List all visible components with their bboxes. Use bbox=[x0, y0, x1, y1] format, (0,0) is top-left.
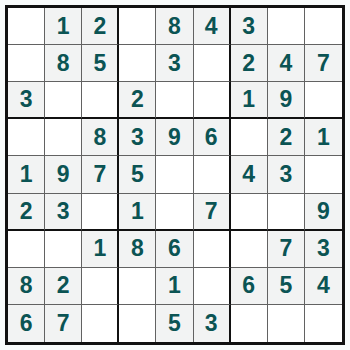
cell-r4c6[interactable]: 6 bbox=[194, 119, 231, 156]
digit: 1 bbox=[131, 200, 144, 223]
cell-r2c9[interactable]: 7 bbox=[305, 45, 342, 82]
cell-r3c7[interactable]: 1 bbox=[231, 82, 268, 119]
digit: 5 bbox=[93, 52, 106, 75]
cell-r1c4[interactable] bbox=[119, 8, 156, 45]
cell-r7c9[interactable]: 3 bbox=[305, 231, 342, 268]
cell-r4c8[interactable]: 2 bbox=[268, 119, 305, 156]
cell-r7c6[interactable] bbox=[194, 231, 231, 268]
cell-r7c4[interactable]: 8 bbox=[119, 231, 156, 268]
digit: 8 bbox=[20, 274, 33, 297]
cell-r1c3[interactable]: 2 bbox=[82, 8, 119, 45]
cell-r2c5[interactable]: 3 bbox=[156, 45, 193, 82]
cell-r6c3[interactable] bbox=[82, 194, 119, 231]
digit: 8 bbox=[57, 52, 70, 75]
cell-r9c2[interactable]: 7 bbox=[45, 305, 82, 342]
digit: 3 bbox=[279, 163, 292, 186]
cell-r5c8[interactable]: 3 bbox=[268, 156, 305, 193]
digit: 8 bbox=[93, 126, 106, 149]
cell-r3c5[interactable] bbox=[156, 82, 193, 119]
digit: 4 bbox=[279, 52, 292, 75]
digit: 2 bbox=[93, 15, 106, 38]
digit: 2 bbox=[57, 274, 70, 297]
cell-r7c8[interactable]: 7 bbox=[268, 231, 305, 268]
cell-r5c5[interactable] bbox=[156, 156, 193, 193]
cell-r8c1[interactable]: 8 bbox=[8, 268, 45, 305]
digit: 7 bbox=[279, 237, 292, 260]
cell-r8c2[interactable]: 2 bbox=[45, 268, 82, 305]
cell-r6c1[interactable]: 2 bbox=[8, 194, 45, 231]
cell-r4c4[interactable]: 3 bbox=[119, 119, 156, 156]
cell-r3c4[interactable]: 2 bbox=[119, 82, 156, 119]
digit: 3 bbox=[168, 52, 181, 75]
digit: 3 bbox=[20, 88, 33, 111]
cell-r2c2[interactable]: 8 bbox=[45, 45, 82, 82]
cell-r5c4[interactable]: 5 bbox=[119, 156, 156, 193]
cell-r5c7[interactable]: 4 bbox=[231, 156, 268, 193]
cell-r8c9[interactable]: 4 bbox=[305, 268, 342, 305]
cell-r3c9[interactable] bbox=[305, 82, 342, 119]
cell-r1c2[interactable]: 1 bbox=[45, 8, 82, 45]
cell-r7c3[interactable]: 1 bbox=[82, 231, 119, 268]
cell-r2c3[interactable]: 5 bbox=[82, 45, 119, 82]
cell-r8c7[interactable]: 6 bbox=[231, 268, 268, 305]
digit: 6 bbox=[205, 126, 218, 149]
cell-r3c1[interactable]: 3 bbox=[8, 82, 45, 119]
sudoku-board: 1284385324732198396211975432317918673821… bbox=[5, 5, 345, 345]
cell-r5c9[interactable] bbox=[305, 156, 342, 193]
cell-r3c8[interactable]: 9 bbox=[268, 82, 305, 119]
cell-r2c6[interactable] bbox=[194, 45, 231, 82]
digit: 3 bbox=[57, 200, 70, 223]
cell-r7c5[interactable]: 6 bbox=[156, 231, 193, 268]
cell-r8c4[interactable] bbox=[119, 268, 156, 305]
digit: 9 bbox=[168, 126, 181, 149]
cell-r2c7[interactable]: 2 bbox=[231, 45, 268, 82]
cell-r2c4[interactable] bbox=[119, 45, 156, 82]
cell-r1c9[interactable] bbox=[305, 8, 342, 45]
digit: 3 bbox=[205, 312, 218, 335]
cell-r6c7[interactable] bbox=[231, 194, 268, 231]
cell-r6c6[interactable]: 7 bbox=[194, 194, 231, 231]
cell-r9c6[interactable]: 3 bbox=[194, 305, 231, 342]
digit: 6 bbox=[168, 237, 181, 260]
cell-r9c3[interactable] bbox=[82, 305, 119, 342]
digit: 8 bbox=[168, 15, 181, 38]
digit: 1 bbox=[168, 274, 181, 297]
cell-r9c7[interactable] bbox=[231, 305, 268, 342]
cell-r3c3[interactable] bbox=[82, 82, 119, 119]
cell-r2c1[interactable] bbox=[8, 45, 45, 82]
digit: 9 bbox=[317, 200, 330, 223]
digit: 5 bbox=[168, 312, 181, 335]
digit: 2 bbox=[20, 200, 33, 223]
digit: 5 bbox=[279, 274, 292, 297]
digit: 1 bbox=[57, 15, 70, 38]
digit: 1 bbox=[93, 237, 106, 260]
cell-r5c3[interactable]: 7 bbox=[82, 156, 119, 193]
cell-r6c9[interactable]: 9 bbox=[305, 194, 342, 231]
digit: 7 bbox=[93, 163, 106, 186]
cell-r8c3[interactable] bbox=[82, 268, 119, 305]
cell-r3c6[interactable] bbox=[194, 82, 231, 119]
digit: 6 bbox=[242, 274, 255, 297]
digit: 3 bbox=[131, 126, 144, 149]
cell-r4c7[interactable] bbox=[231, 119, 268, 156]
cell-r5c6[interactable] bbox=[194, 156, 231, 193]
digit: 7 bbox=[57, 312, 70, 335]
digit: 2 bbox=[279, 126, 292, 149]
cell-r9c8[interactable] bbox=[268, 305, 305, 342]
cell-r5c2[interactable]: 9 bbox=[45, 156, 82, 193]
cell-r3c2[interactable] bbox=[45, 82, 82, 119]
cell-r1c5[interactable]: 8 bbox=[156, 8, 193, 45]
cell-r9c9[interactable] bbox=[305, 305, 342, 342]
cell-r4c1[interactable] bbox=[8, 119, 45, 156]
cell-r4c9[interactable]: 1 bbox=[305, 119, 342, 156]
digit: 4 bbox=[317, 274, 330, 297]
cell-r6c5[interactable] bbox=[156, 194, 193, 231]
cell-r5c1[interactable]: 1 bbox=[8, 156, 45, 193]
digit: 9 bbox=[57, 163, 70, 186]
cell-r1c8[interactable] bbox=[268, 8, 305, 45]
cell-r9c5[interactable]: 5 bbox=[156, 305, 193, 342]
digit: 5 bbox=[131, 163, 144, 186]
cell-r7c7[interactable] bbox=[231, 231, 268, 268]
cell-r7c1[interactable] bbox=[8, 231, 45, 268]
digit: 7 bbox=[205, 200, 218, 223]
cell-r8c6[interactable] bbox=[194, 268, 231, 305]
digit: 6 bbox=[20, 312, 33, 335]
cell-r4c2[interactable] bbox=[45, 119, 82, 156]
digit: 4 bbox=[205, 15, 218, 38]
cell-r9c4[interactable] bbox=[119, 305, 156, 342]
digit: 3 bbox=[242, 15, 255, 38]
cell-r4c3[interactable]: 8 bbox=[82, 119, 119, 156]
cell-r1c6[interactable]: 4 bbox=[194, 8, 231, 45]
digit: 4 bbox=[242, 163, 255, 186]
digit: 7 bbox=[317, 52, 330, 75]
cell-r8c8[interactable]: 5 bbox=[268, 268, 305, 305]
digit: 9 bbox=[279, 88, 292, 111]
cell-r8c5[interactable]: 1 bbox=[156, 268, 193, 305]
cell-r6c4[interactable]: 1 bbox=[119, 194, 156, 231]
cell-r9c1[interactable]: 6 bbox=[8, 305, 45, 342]
cell-r2c8[interactable]: 4 bbox=[268, 45, 305, 82]
digit: 3 bbox=[317, 237, 330, 260]
cell-r7c2[interactable] bbox=[45, 231, 82, 268]
cell-r4c5[interactable]: 9 bbox=[156, 119, 193, 156]
digit: 1 bbox=[317, 126, 330, 149]
cell-r6c8[interactable] bbox=[268, 194, 305, 231]
cell-r1c7[interactable]: 3 bbox=[231, 8, 268, 45]
digit: 8 bbox=[131, 237, 144, 260]
cell-r6c2[interactable]: 3 bbox=[45, 194, 82, 231]
digit: 2 bbox=[242, 52, 255, 75]
digit: 1 bbox=[242, 88, 255, 111]
digit: 1 bbox=[20, 163, 33, 186]
digit: 2 bbox=[131, 88, 144, 111]
cell-r1c1[interactable] bbox=[8, 8, 45, 45]
